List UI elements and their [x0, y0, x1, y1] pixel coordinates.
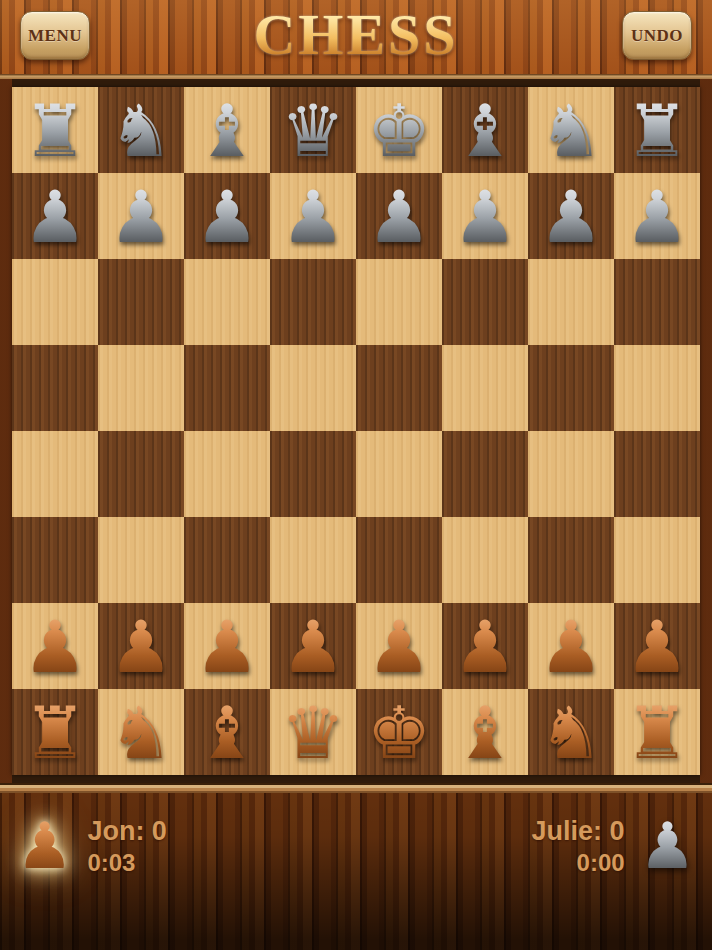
- square-d7[interactable]: ♟: [270, 173, 356, 259]
- square-h8[interactable]: ♜: [614, 87, 700, 173]
- square-c4[interactable]: [184, 431, 270, 517]
- square-d1[interactable]: ♛: [270, 689, 356, 775]
- square-b8[interactable]: ♞: [98, 87, 184, 173]
- board-section: ♜♞♝♛♚♝♞♜♟♟♟♟♟♟♟♟♟♟♟♟♟♟♟♟♜♞♝♛♚♝♞♜: [0, 74, 712, 793]
- square-f7[interactable]: ♟: [442, 173, 528, 259]
- square-f4[interactable]: [442, 431, 528, 517]
- square-a3[interactable]: [12, 517, 98, 603]
- square-b6[interactable]: [98, 259, 184, 345]
- square-f8[interactable]: ♝: [442, 87, 528, 173]
- piece-black-rook[interactable]: ♜: [625, 89, 690, 173]
- square-e7[interactable]: ♟: [356, 173, 442, 259]
- chess-board[interactable]: ♜♞♝♛♚♝♞♜♟♟♟♟♟♟♟♟♟♟♟♟♟♟♟♟♜♞♝♛♚♝♞♜: [12, 87, 700, 775]
- piece-black-pawn[interactable]: ♟: [195, 175, 260, 259]
- piece-white-bishop[interactable]: ♝: [453, 691, 518, 775]
- square-h2[interactable]: ♟: [614, 603, 700, 689]
- square-g6[interactable]: [528, 259, 614, 345]
- square-a1[interactable]: ♜: [12, 689, 98, 775]
- piece-white-knight[interactable]: ♞: [539, 691, 604, 775]
- piece-black-pawn[interactable]: ♟: [625, 175, 690, 259]
- square-h4[interactable]: [614, 431, 700, 517]
- square-b4[interactable]: [98, 431, 184, 517]
- square-d4[interactable]: [270, 431, 356, 517]
- square-g7[interactable]: ♟: [528, 173, 614, 259]
- board-frame: ♜♞♝♛♚♝♞♜♟♟♟♟♟♟♟♟♟♟♟♟♟♟♟♟♜♞♝♛♚♝♞♜: [0, 79, 712, 783]
- square-d5[interactable]: [270, 345, 356, 431]
- square-a2[interactable]: ♟: [12, 603, 98, 689]
- piece-white-pawn[interactable]: ♟: [625, 605, 690, 689]
- square-g1[interactable]: ♞: [528, 689, 614, 775]
- piece-black-bishop[interactable]: ♝: [453, 89, 518, 173]
- board-bottom-trim: [0, 783, 712, 793]
- player-right-clock: 0:00: [577, 849, 625, 877]
- square-a8[interactable]: ♜: [12, 87, 98, 173]
- square-c1[interactable]: ♝: [184, 689, 270, 775]
- square-e2[interactable]: ♟: [356, 603, 442, 689]
- piece-white-pawn[interactable]: ♟: [539, 605, 604, 689]
- square-d6[interactable]: [270, 259, 356, 345]
- player-right: ♟ Julie: 0 0:00: [532, 807, 696, 885]
- player-left-clock: 0:03: [87, 849, 135, 877]
- square-a6[interactable]: [12, 259, 98, 345]
- piece-white-king[interactable]: ♚: [367, 691, 432, 775]
- square-f3[interactable]: [442, 517, 528, 603]
- piece-white-pawn[interactable]: ♟: [109, 605, 174, 689]
- square-c6[interactable]: [184, 259, 270, 345]
- square-b5[interactable]: [98, 345, 184, 431]
- piece-white-pawn[interactable]: ♟: [23, 605, 88, 689]
- square-e5[interactable]: [356, 345, 442, 431]
- undo-button[interactable]: UNDO: [622, 11, 692, 60]
- piece-black-king[interactable]: ♚: [367, 89, 432, 173]
- square-c3[interactable]: [184, 517, 270, 603]
- piece-black-pawn[interactable]: ♟: [539, 175, 604, 259]
- piece-white-queen[interactable]: ♛: [281, 691, 346, 775]
- square-g5[interactable]: [528, 345, 614, 431]
- square-h3[interactable]: [614, 517, 700, 603]
- piece-white-pawn[interactable]: ♟: [453, 605, 518, 689]
- square-b2[interactable]: ♟: [98, 603, 184, 689]
- square-f1[interactable]: ♝: [442, 689, 528, 775]
- piece-white-rook[interactable]: ♜: [23, 691, 88, 775]
- square-c7[interactable]: ♟: [184, 173, 270, 259]
- square-a4[interactable]: [12, 431, 98, 517]
- square-c5[interactable]: [184, 345, 270, 431]
- square-h5[interactable]: [614, 345, 700, 431]
- square-d2[interactable]: ♟: [270, 603, 356, 689]
- piece-black-pawn[interactable]: ♟: [109, 175, 174, 259]
- piece-white-pawn[interactable]: ♟: [367, 605, 432, 689]
- square-b7[interactable]: ♟: [98, 173, 184, 259]
- square-b1[interactable]: ♞: [98, 689, 184, 775]
- square-f5[interactable]: [442, 345, 528, 431]
- player-left-name-score: Jon: 0: [87, 816, 167, 847]
- white-pawn-icon: ♟: [16, 807, 73, 885]
- square-h7[interactable]: ♟: [614, 173, 700, 259]
- square-h6[interactable]: [614, 259, 700, 345]
- piece-black-queen[interactable]: ♛: [281, 89, 346, 173]
- black-pawn-icon: ♟: [639, 807, 696, 885]
- piece-black-bishop[interactable]: ♝: [195, 89, 260, 173]
- square-a7[interactable]: ♟: [12, 173, 98, 259]
- square-g8[interactable]: ♞: [528, 87, 614, 173]
- square-g4[interactable]: [528, 431, 614, 517]
- piece-white-pawn[interactable]: ♟: [195, 605, 260, 689]
- piece-black-knight[interactable]: ♞: [539, 89, 604, 173]
- piece-white-rook[interactable]: ♜: [625, 691, 690, 775]
- square-e4[interactable]: [356, 431, 442, 517]
- square-a5[interactable]: [12, 345, 98, 431]
- square-h1[interactable]: ♜: [614, 689, 700, 775]
- piece-white-pawn[interactable]: ♟: [281, 605, 346, 689]
- player-left: ♟ Jon: 0 0:03: [16, 807, 167, 885]
- square-g2[interactable]: ♟: [528, 603, 614, 689]
- piece-black-pawn[interactable]: ♟: [453, 175, 518, 259]
- piece-black-rook[interactable]: ♜: [23, 89, 88, 173]
- piece-white-bishop[interactable]: ♝: [195, 691, 260, 775]
- square-c8[interactable]: ♝: [184, 87, 270, 173]
- status-bar: ♟ Jon: 0 0:03 ♟ Julie: 0 0:00: [0, 793, 712, 946]
- square-c2[interactable]: ♟: [184, 603, 270, 689]
- square-d3[interactable]: [270, 517, 356, 603]
- piece-black-knight[interactable]: ♞: [109, 89, 174, 173]
- piece-black-pawn[interactable]: ♟: [281, 175, 346, 259]
- square-e6[interactable]: [356, 259, 442, 345]
- square-e8[interactable]: ♚: [356, 87, 442, 173]
- square-e1[interactable]: ♚: [356, 689, 442, 775]
- square-d8[interactable]: ♛: [270, 87, 356, 173]
- square-b3[interactable]: [98, 517, 184, 603]
- top-bar: MENU CHESS UNDO: [0, 0, 712, 74]
- square-e3[interactable]: [356, 517, 442, 603]
- player-right-name-score: Julie: 0: [532, 816, 625, 847]
- square-g3[interactable]: [528, 517, 614, 603]
- piece-black-pawn[interactable]: ♟: [23, 175, 88, 259]
- piece-white-knight[interactable]: ♞: [109, 691, 174, 775]
- piece-black-pawn[interactable]: ♟: [367, 175, 432, 259]
- square-f2[interactable]: ♟: [442, 603, 528, 689]
- app-title: CHESS: [0, 2, 712, 68]
- square-f6[interactable]: [442, 259, 528, 345]
